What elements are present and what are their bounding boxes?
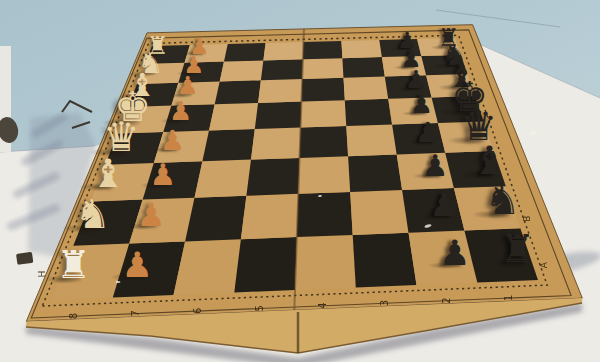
black-pawn-e2[interactable]: ♟ [410, 91, 433, 117]
square-c3[interactable] [348, 155, 402, 192]
square-b3[interactable] [350, 190, 408, 235]
file-label-a: A [539, 261, 549, 268]
rank-label-7: 7 [130, 310, 141, 316]
square-a5[interactable] [234, 237, 296, 292]
rank-label-1: 1 [503, 295, 514, 301]
white-pawn-c7[interactable]: ♟ [149, 160, 176, 190]
rank-label-6: 6 [192, 308, 203, 314]
rank-label-8: 8 [68, 313, 79, 319]
square-h5[interactable] [263, 42, 303, 60]
square-b4[interactable] [297, 192, 353, 237]
white-pawn-e7[interactable]: ♟ [169, 98, 192, 124]
square-a3[interactable] [353, 233, 417, 288]
black-bishop-c1[interactable]: ♝ [472, 141, 507, 180]
square-f5[interactable] [258, 79, 302, 103]
white-pawn-f7[interactable]: ♟ [177, 74, 199, 99]
white-knight-b8[interactable]: ♞ [75, 194, 111, 234]
rank-label-3: 3 [379, 300, 390, 306]
file-label-left-h: H [37, 271, 47, 278]
lower-board-clasp [16, 252, 33, 265]
black-knight-b1[interactable]: ♞ [484, 180, 520, 220]
square-e4[interactable] [301, 100, 347, 127]
white-pawn-b7[interactable]: ♟ [137, 199, 166, 231]
square-c5[interactable] [246, 158, 299, 196]
rank-label-5: 5 [255, 305, 266, 311]
square-d6[interactable] [202, 129, 254, 161]
white-rook-a8[interactable]: ♜ [56, 246, 91, 285]
square-g4[interactable] [302, 58, 343, 79]
scuff-mark [116, 281, 121, 283]
square-h6[interactable] [224, 43, 266, 62]
square-f4[interactable] [302, 78, 345, 102]
square-h4[interactable] [303, 41, 343, 59]
square-g6[interactable] [220, 60, 264, 81]
wire-clasp-lower-strand [72, 122, 90, 128]
white-pawn-a7[interactable]: ♟ [122, 247, 153, 282]
square-e3[interactable] [345, 99, 392, 126]
square-g3[interactable] [342, 57, 384, 78]
wire-clasp-on-board-edge [62, 101, 92, 112]
rank-label-4: 4 [317, 302, 328, 308]
rank-label-2: 2 [441, 297, 452, 303]
black-pawn-b2[interactable]: ♟ [430, 189, 459, 221]
square-d5[interactable] [251, 128, 301, 160]
black-pawn-c2[interactable]: ♟ [422, 151, 449, 181]
square-f6[interactable] [215, 80, 261, 104]
square-e5[interactable] [255, 102, 302, 130]
square-h3[interactable] [341, 40, 382, 58]
square-d3[interactable] [346, 125, 396, 157]
scuff-mark [528, 130, 538, 136]
square-g5[interactable] [261, 59, 303, 80]
square-d4[interactable] [300, 126, 349, 158]
square-e6[interactable] [209, 103, 258, 131]
square-b5[interactable] [241, 194, 298, 239]
square-c6[interactable] [195, 160, 252, 198]
file-label-b: B [522, 215, 532, 221]
white-pawn-d7[interactable]: ♟ [160, 127, 185, 155]
square-b6[interactable] [185, 196, 246, 242]
chess-board-photo: 87654321ABH ♜♟♟♜♞♟♟♞♝♟♟♝♚♟♟♚♛♟♟♛♝♟♟♝♞♟♟♞… [0, 0, 600, 362]
square-a4[interactable] [295, 235, 356, 290]
black-pawn-d2[interactable]: ♟ [415, 119, 440, 147]
black-rook-a1[interactable]: ♜ [501, 230, 536, 269]
square-c4[interactable] [298, 156, 350, 194]
black-pawn-a2[interactable]: ♟ [439, 235, 470, 270]
square-f3[interactable] [344, 77, 389, 101]
white-bishop-c8[interactable]: ♝ [91, 154, 126, 193]
